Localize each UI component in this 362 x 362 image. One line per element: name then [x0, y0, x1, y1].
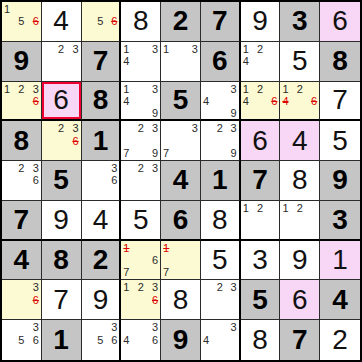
solved-digit: 5 — [332, 127, 348, 155]
candidate-mark: 4 — [203, 95, 214, 107]
cell-r1c4[interactable]: 8 — [121, 2, 161, 42]
given-digit: 5 — [252, 286, 268, 314]
given-digit: 7 — [252, 166, 268, 194]
candidate-mark: 1 — [243, 202, 255, 214]
eliminated-candidate: 6 — [266, 95, 278, 107]
cell-r9c1[interactable]: 356 — [2, 320, 42, 360]
candidate-mark: 3 — [67, 43, 79, 55]
cell-r7c2[interactable]: 8 — [42, 241, 82, 281]
candidate-mark: 3 — [147, 162, 159, 174]
given-digit: 2 — [173, 7, 189, 35]
eliminated-candidate: 6 — [27, 95, 39, 107]
cell-r1c8[interactable]: 3 — [280, 2, 320, 42]
pencil-marks: 34 — [201, 320, 239, 360]
candidate-mark: 4 — [243, 95, 255, 107]
given-digit: 8 — [14, 127, 30, 155]
candidate-mark: 6 — [147, 254, 159, 266]
candidate-mark: 1 — [123, 43, 135, 55]
candidate-mark: 2 — [254, 83, 266, 95]
cell-r8c8[interactable]: 6 — [280, 280, 320, 320]
eliminated-candidate: 6 — [27, 294, 39, 306]
pencil-marks: 356 — [82, 320, 120, 360]
pencil-marks: 1236 — [2, 82, 41, 120]
pencil-marks: 37 — [161, 121, 200, 160]
solved-digit: 6 — [332, 7, 348, 35]
cell-r4c3[interactable]: 1 — [82, 121, 122, 161]
candidate-mark: 3 — [27, 321, 39, 333]
eliminated-candidate: 6 — [106, 15, 117, 27]
cell-r8c3[interactable]: 9 — [82, 280, 122, 320]
cell-r9c8[interactable]: 7 — [280, 320, 320, 360]
candidate-mark: 2 — [294, 83, 306, 95]
candidate-mark: 4 — [123, 95, 135, 107]
cell-r9c2[interactable]: 1 — [42, 320, 82, 360]
cell-r3c9[interactable]: 7 — [320, 82, 360, 122]
pencil-marks: 23 — [121, 161, 160, 200]
cell-r5c3[interactable]: 36 — [82, 161, 122, 201]
pencil-marks: 1246 — [241, 82, 280, 120]
candidate-mark: 6 — [106, 174, 117, 186]
solved-digit: 7 — [53, 286, 69, 314]
eliminated-candidate: 6 — [147, 294, 159, 306]
cell-r7c9[interactable]: 1 — [320, 241, 360, 281]
cell-r7c8[interactable]: 9 — [280, 241, 320, 281]
candidate-mark: 4 — [203, 334, 214, 346]
candidate-mark: 3 — [225, 122, 236, 134]
given-digit: 2 — [93, 246, 109, 274]
pencil-marks: 167 — [121, 241, 160, 280]
candidate-mark: 4 — [123, 55, 135, 67]
cell-r9c4[interactable]: 346 — [121, 320, 161, 360]
candidate-mark: 6 — [27, 174, 39, 186]
candidate-mark: 5 — [16, 334, 28, 346]
given-digit: 4 — [332, 286, 348, 314]
cell-r2c9[interactable]: 8 — [320, 42, 360, 82]
cell-r1c1[interactable]: 156 — [2, 2, 42, 42]
eliminated-candidate: 6 — [306, 95, 318, 107]
solved-digit: 8 — [292, 166, 308, 194]
cell-r4c6[interactable]: 239 — [201, 121, 241, 161]
candidate-mark: 3 — [147, 83, 159, 95]
given-digit: 7 — [292, 326, 308, 354]
candidate-mark: 7 — [123, 266, 135, 278]
candidate-mark: 1 — [243, 43, 255, 55]
cell-r7c5[interactable]: 17 — [161, 241, 201, 281]
cell-r9c5[interactable]: 9 — [161, 320, 201, 360]
given-digit: 8 — [93, 86, 109, 114]
pencil-marks: 13 — [161, 42, 200, 81]
solved-digit: 6 — [53, 86, 69, 114]
cell-r6c3[interactable]: 4 — [82, 201, 122, 241]
given-digit: 7 — [212, 7, 228, 35]
candidate-mark: 7 — [123, 147, 135, 159]
cell-r9c9[interactable]: 2 — [320, 320, 360, 360]
solved-digit: 1 — [332, 246, 348, 274]
pencil-marks: 1246 — [280, 82, 319, 120]
cell-r3c4[interactable]: 1349 — [121, 82, 161, 122]
cell-r7c4[interactable]: 167 — [121, 241, 161, 281]
cell-r2c7[interactable]: 124 — [241, 42, 281, 82]
solved-digit: 9 — [53, 206, 69, 234]
candidate-mark: 2 — [55, 122, 67, 134]
cell-r5c2[interactable]: 5 — [42, 161, 82, 201]
candidate-mark: 9 — [225, 147, 236, 159]
cell-r7c1[interactable]: 4 — [2, 241, 42, 281]
cell-r4c7[interactable]: 6 — [241, 121, 281, 161]
candidate-mark: 4 — [123, 334, 135, 346]
candidate-mark: 2 — [254, 202, 266, 214]
solved-digit: 3 — [252, 246, 268, 274]
candidate-mark: 3 — [225, 83, 236, 95]
cell-r6c8[interactable]: 12 — [280, 201, 320, 241]
candidate-mark: 3 — [147, 321, 159, 333]
candidate-mark: 2 — [135, 281, 147, 293]
pencil-marks: 239 — [201, 121, 239, 160]
given-digit: 6 — [212, 47, 228, 75]
candidate-mark: 9 — [147, 107, 159, 119]
candidate-mark: 2 — [294, 202, 306, 214]
cell-r1c5[interactable]: 2 — [161, 2, 201, 42]
cell-r2c1[interactable]: 9 — [2, 42, 42, 82]
eliminated-candidate: 4 — [282, 95, 294, 107]
candidate-mark: 3 — [27, 83, 39, 95]
solved-digit: 6 — [292, 286, 308, 314]
given-digit: 9 — [14, 47, 30, 75]
cell-r3c8[interactable]: 1246 — [280, 82, 320, 122]
candidate-mark: 2 — [55, 43, 67, 55]
candidate-mark: 6 — [106, 334, 117, 346]
pencil-marks: 156 — [2, 2, 41, 41]
pencil-marks: 36 — [82, 161, 120, 200]
pencil-marks: 236 — [2, 161, 41, 200]
cell-r3c7[interactable]: 1246 — [241, 82, 281, 122]
candidate-mark: 3 — [147, 281, 159, 293]
candidate-mark: 3 — [106, 162, 117, 174]
cell-r6c4[interactable]: 5 — [121, 201, 161, 241]
given-digit: 5 — [173, 86, 189, 114]
given-digit: 4 — [14, 246, 30, 274]
eliminated-candidate: 6 — [27, 15, 39, 27]
cell-r6c6[interactable]: 8 — [201, 201, 241, 241]
pencil-marks: 56 — [82, 2, 120, 41]
cell-r9c3[interactable]: 356 — [82, 320, 122, 360]
cell-r4c4[interactable]: 2379 — [121, 121, 161, 161]
given-digit: 7 — [14, 206, 30, 234]
pencil-marks: 236 — [42, 121, 81, 160]
candidate-mark: 1 — [4, 3, 16, 15]
candidate-mark: 7 — [163, 266, 175, 278]
solved-digit: 4 — [93, 206, 109, 234]
cell-r5c5[interactable]: 4 — [161, 161, 201, 201]
cell-r1c7[interactable]: 9 — [241, 2, 281, 42]
solved-digit: 5 — [212, 246, 228, 274]
cell-r2c4[interactable]: 134 — [121, 42, 161, 82]
eliminated-candidate: 6 — [67, 135, 79, 147]
candidate-mark: 3 — [27, 162, 39, 174]
candidate-mark: 7 — [163, 147, 175, 159]
sudoku-board: 1564568279369237134136124581236681349534… — [0, 0, 362, 362]
solved-digit: 9 — [292, 246, 308, 274]
pencil-marks: 12 — [280, 201, 319, 239]
candidate-mark: 1 — [123, 83, 135, 95]
cell-r3c3[interactable]: 8 — [82, 82, 122, 122]
solved-digit: 6 — [252, 127, 268, 155]
candidate-mark: 2 — [254, 43, 266, 55]
given-digit: 1 — [212, 166, 228, 194]
pencil-marks: 12 — [241, 201, 280, 239]
solved-digit: 8 — [252, 326, 268, 354]
candidate-mark: 4 — [243, 55, 255, 67]
cell-r5c8[interactable]: 8 — [280, 161, 320, 201]
given-digit: 7 — [93, 47, 109, 75]
given-digit: 9 — [332, 166, 348, 194]
cell-r3c2[interactable]: 6 — [42, 82, 82, 122]
candidate-mark: 3 — [147, 43, 159, 55]
candidate-mark: 3 — [186, 122, 198, 134]
given-digit: 1 — [53, 326, 69, 354]
cell-r7c6[interactable]: 5 — [201, 241, 241, 281]
candidate-mark: 3 — [225, 281, 236, 293]
cell-r2c8[interactable]: 5 — [280, 42, 320, 82]
candidate-mark: 1 — [123, 281, 135, 293]
given-digit: 8 — [53, 246, 69, 274]
candidate-mark: 5 — [16, 15, 28, 27]
cell-r9c7[interactable]: 8 — [241, 320, 281, 360]
candidate-mark: 2 — [214, 122, 225, 134]
cell-r5c9[interactable]: 9 — [320, 161, 360, 201]
cell-r3c5[interactable]: 5 — [161, 82, 201, 122]
cell-r3c6[interactable]: 349 — [201, 82, 241, 122]
cell-r8c2[interactable]: 7 — [42, 280, 82, 320]
solved-digit: 4 — [53, 7, 69, 35]
given-digit: 1 — [93, 127, 109, 155]
cell-r5c4[interactable]: 23 — [121, 161, 161, 201]
eliminated-candidate: 1 — [123, 242, 135, 254]
candidate-mark: 3 — [225, 321, 236, 333]
cell-r8c1[interactable]: 36 — [2, 280, 42, 320]
candidate-mark: 3 — [186, 43, 198, 55]
given-digit: 4 — [173, 166, 189, 194]
candidate-mark: 9 — [147, 147, 159, 159]
given-digit: 9 — [173, 326, 189, 354]
cell-r2c2[interactable]: 23 — [42, 42, 82, 82]
cell-r8c9[interactable]: 4 — [320, 280, 360, 320]
candidate-mark: 1 — [4, 83, 16, 95]
candidate-mark: 5 — [95, 15, 106, 27]
candidate-mark: 2 — [16, 83, 28, 95]
solved-digit: 7 — [332, 86, 348, 114]
candidate-mark: 1 — [282, 202, 294, 214]
cell-r4c8[interactable]: 4 — [280, 121, 320, 161]
cell-r3c1[interactable]: 1236 — [2, 82, 42, 122]
cell-r5c6[interactable]: 1 — [201, 161, 241, 201]
candidate-mark: 6 — [27, 334, 39, 346]
solved-digit: 5 — [133, 206, 149, 234]
candidate-mark: 3 — [106, 321, 117, 333]
given-digit: 3 — [332, 206, 348, 234]
cell-r6c9[interactable]: 3 — [320, 201, 360, 241]
given-digit: 8 — [332, 47, 348, 75]
cell-r5c7[interactable]: 7 — [241, 161, 281, 201]
cell-r2c6[interactable]: 6 — [201, 42, 241, 82]
candidate-mark: 9 — [225, 107, 236, 119]
solved-digit: 9 — [93, 286, 109, 314]
cell-r1c2[interactable]: 4 — [42, 2, 82, 42]
given-digit: 5 — [53, 166, 69, 194]
cell-r8c5[interactable]: 8 — [161, 280, 201, 320]
candidate-mark: 3 — [67, 122, 79, 134]
cell-r4c5[interactable]: 37 — [161, 121, 201, 161]
candidate-mark: 1 — [163, 43, 175, 55]
cell-r4c9[interactable]: 5 — [320, 121, 360, 161]
cell-r4c1[interactable]: 8 — [2, 121, 42, 161]
cell-r6c7[interactable]: 12 — [241, 201, 281, 241]
cell-r6c1[interactable]: 7 — [2, 201, 42, 241]
pencil-marks: 346 — [121, 320, 160, 360]
solved-digit: 4 — [292, 127, 308, 155]
cell-r2c3[interactable]: 7 — [82, 42, 122, 82]
solved-digit: 8 — [133, 7, 149, 35]
cell-r1c9[interactable]: 6 — [320, 2, 360, 42]
cell-r7c7[interactable]: 3 — [241, 241, 281, 281]
given-digit: 3 — [292, 7, 308, 35]
candidate-mark: 3 — [27, 281, 39, 293]
pencil-marks: 1236 — [121, 280, 160, 319]
cell-r8c4[interactable]: 1236 — [121, 280, 161, 320]
cell-r5c1[interactable]: 236 — [2, 161, 42, 201]
pencil-marks: 1349 — [121, 82, 160, 120]
pencil-marks: 36 — [2, 280, 41, 319]
pencil-marks: 17 — [161, 241, 200, 280]
pencil-marks: 356 — [2, 320, 41, 360]
cell-r9c6[interactable]: 34 — [201, 320, 241, 360]
cell-r6c5[interactable]: 6 — [161, 201, 201, 241]
cell-r2c5[interactable]: 13 — [161, 42, 201, 82]
candidate-mark: 2 — [214, 281, 225, 293]
eliminated-candidate: 1 — [163, 242, 175, 254]
pencil-marks: 349 — [201, 82, 239, 120]
cell-r8c7[interactable]: 5 — [241, 280, 281, 320]
cell-r6c2[interactable]: 9 — [42, 201, 82, 241]
cell-r7c3[interactable]: 2 — [82, 241, 122, 281]
candidate-mark: 2 — [16, 162, 28, 174]
candidate-mark: 2 — [135, 122, 147, 134]
solved-digit: 8 — [212, 206, 228, 234]
cell-r1c3[interactable]: 56 — [82, 2, 122, 42]
cell-r8c6[interactable]: 23 — [201, 280, 241, 320]
solved-digit: 9 — [252, 7, 268, 35]
solved-digit: 5 — [292, 47, 308, 75]
solved-digit: 2 — [332, 326, 348, 354]
cell-r4c2[interactable]: 236 — [42, 121, 82, 161]
solved-digit: 8 — [173, 286, 189, 314]
pencil-marks: 2379 — [121, 121, 160, 160]
pencil-marks: 124 — [241, 42, 280, 81]
candidate-mark: 1 — [282, 83, 294, 95]
given-digit: 6 — [173, 206, 189, 234]
candidate-mark: 5 — [95, 334, 106, 346]
candidate-mark: 2 — [135, 162, 147, 174]
candidate-mark: 6 — [147, 334, 159, 346]
candidate-mark: 1 — [243, 83, 255, 95]
pencil-marks: 23 — [201, 280, 239, 319]
pencil-marks: 23 — [42, 42, 81, 81]
pencil-marks: 134 — [121, 42, 160, 81]
candidate-mark: 3 — [147, 122, 159, 134]
cell-r1c6[interactable]: 7 — [201, 2, 241, 42]
